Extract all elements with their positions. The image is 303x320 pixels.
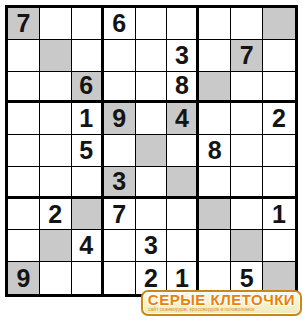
sudoku-cell-r1c2[interactable] [40, 8, 72, 40]
sudoku-board: 7637681942583271439215 [5, 5, 298, 297]
sudoku-cell-r9c3[interactable] [72, 262, 104, 294]
sudoku-cell-r3c2[interactable] [40, 72, 72, 104]
sudoku-cell-r2c6[interactable]: 3 [167, 40, 199, 72]
sudoku-cell-r3c1[interactable] [8, 72, 40, 104]
sudoku-cell-r8c3[interactable]: 4 [72, 230, 104, 262]
sudoku-cell-r1c3[interactable] [72, 8, 104, 40]
sudoku-cell-r2c2[interactable] [40, 40, 72, 72]
sudoku-cell-r4c1[interactable] [8, 103, 40, 135]
sudoku-cell-r6c9[interactable] [263, 167, 295, 199]
sudoku-cell-r6c6[interactable] [167, 167, 199, 199]
sudoku-cell-r3c7[interactable] [199, 72, 231, 104]
sudoku-cell-r8c4[interactable] [104, 230, 136, 262]
sudoku-cell-r8c7[interactable] [199, 230, 231, 262]
sudoku-cell-r4c5[interactable] [136, 103, 168, 135]
sudoku-cell-r2c1[interactable] [8, 40, 40, 72]
logo-subtitle-row: сайт сканвордов, кроссвордов и головолом… [143, 306, 300, 313]
sudoku-cell-r1c7[interactable] [199, 8, 231, 40]
sudoku-cell-r4c9[interactable]: 2 [263, 103, 295, 135]
sudoku-cell-r4c6[interactable]: 4 [167, 103, 199, 135]
graycell-logo: СЕРЫЕ КЛЕТОЧКИ сайт сканвордов, кроссвор… [141, 290, 302, 316]
sudoku-cell-r4c2[interactable] [40, 103, 72, 135]
sudoku-cell-r1c8[interactable] [231, 8, 263, 40]
sudoku-cell-r9c1[interactable]: 9 [8, 262, 40, 294]
sudoku-cell-r7c9[interactable]: 1 [263, 199, 295, 231]
sudoku-cell-r5c4[interactable] [104, 135, 136, 167]
sudoku-cell-r8c5[interactable]: 3 [136, 230, 168, 262]
sudoku-cell-r6c7[interactable] [199, 167, 231, 199]
sudoku-cell-r7c3[interactable] [72, 199, 104, 231]
sudoku-cell-r1c6[interactable] [167, 8, 199, 40]
sudoku-cell-r7c7[interactable] [199, 199, 231, 231]
sudoku-cell-r5c9[interactable] [263, 135, 295, 167]
sudoku-cell-r7c5[interactable] [136, 199, 168, 231]
sudoku-cell-r3c9[interactable] [263, 72, 295, 104]
logo-title: СЕРЫЕ КЛЕТОЧКИ [143, 293, 300, 306]
sudoku-cell-r8c8[interactable] [231, 230, 263, 262]
sudoku-cell-r4c4[interactable]: 9 [104, 103, 136, 135]
sudoku-cell-r3c5[interactable] [136, 72, 168, 104]
sudoku-cell-r5c8[interactable] [231, 135, 263, 167]
sudoku-cell-r1c4[interactable]: 6 [104, 8, 136, 40]
sudoku-cell-r8c2[interactable] [40, 230, 72, 262]
sudoku-cell-r6c4[interactable]: 3 [104, 167, 136, 199]
sudoku-cell-r1c5[interactable] [136, 8, 168, 40]
sudoku-cell-r6c1[interactable] [8, 167, 40, 199]
sudoku-cell-r8c6[interactable] [167, 230, 199, 262]
sudoku-cell-r3c6[interactable]: 8 [167, 72, 199, 104]
sudoku-cell-r7c1[interactable] [8, 199, 40, 231]
sudoku-cell-r7c6[interactable] [167, 199, 199, 231]
sudoku-cell-r4c3[interactable]: 1 [72, 103, 104, 135]
logo-tagline: сайт сканвордов, кроссвордов и головолом… [148, 307, 254, 312]
sudoku-cell-r6c8[interactable] [231, 167, 263, 199]
sudoku-cell-r2c4[interactable] [104, 40, 136, 72]
sudoku-cell-r5c3[interactable]: 5 [72, 135, 104, 167]
sudoku-cell-r8c9[interactable] [263, 230, 295, 262]
sudoku-cell-r6c5[interactable] [136, 167, 168, 199]
sudoku-cell-r3c8[interactable] [231, 72, 263, 104]
sudoku-cell-r3c3[interactable]: 6 [72, 72, 104, 104]
sudoku-cell-r2c5[interactable] [136, 40, 168, 72]
sudoku-cell-r9c4[interactable] [104, 262, 136, 294]
sudoku-cell-r9c2[interactable] [40, 262, 72, 294]
sudoku-cell-r2c8[interactable]: 7 [231, 40, 263, 72]
sudoku-cell-r7c2[interactable]: 2 [40, 199, 72, 231]
sudoku-cell-r6c2[interactable] [40, 167, 72, 199]
sudoku-cell-r4c8[interactable] [231, 103, 263, 135]
sudoku-cell-r5c5[interactable] [136, 135, 168, 167]
sudoku-cell-r5c2[interactable] [40, 135, 72, 167]
sudoku-cell-r3c4[interactable] [104, 72, 136, 104]
sudoku-cell-r1c9[interactable] [263, 8, 295, 40]
sudoku-cell-r2c3[interactable] [72, 40, 104, 72]
sudoku-cell-r6c3[interactable] [72, 167, 104, 199]
sudoku-cell-r2c7[interactable] [199, 40, 231, 72]
sudoku-cell-r2c9[interactable] [263, 40, 295, 72]
sudoku-cell-r5c6[interactable] [167, 135, 199, 167]
sudoku-cell-r4c7[interactable] [199, 103, 231, 135]
sudoku-cell-r7c8[interactable] [231, 199, 263, 231]
sudoku-cell-r1c1[interactable]: 7 [8, 8, 40, 40]
sudoku-cell-r8c1[interactable] [8, 230, 40, 262]
sudoku-cell-r5c7[interactable]: 8 [199, 135, 231, 167]
sudoku-cell-r7c4[interactable]: 7 [104, 199, 136, 231]
sudoku-cell-r5c1[interactable] [8, 135, 40, 167]
